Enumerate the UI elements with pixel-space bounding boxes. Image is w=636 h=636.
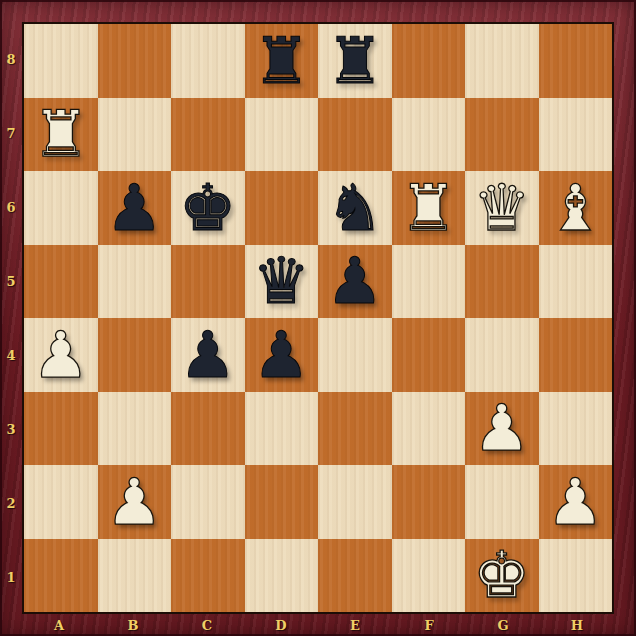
square-b3[interactable] bbox=[98, 392, 172, 466]
square-e2[interactable] bbox=[318, 465, 392, 539]
square-c1[interactable] bbox=[171, 539, 245, 613]
piece-black-pawn[interactable]: ♟ bbox=[253, 318, 310, 392]
square-h2[interactable]: ♟ bbox=[539, 465, 613, 539]
square-e7[interactable] bbox=[318, 98, 392, 172]
file-label-f: F bbox=[392, 614, 466, 636]
square-b4[interactable] bbox=[98, 318, 172, 392]
rank-label-6: 6 bbox=[0, 170, 22, 244]
square-a5[interactable] bbox=[24, 245, 98, 319]
square-e5[interactable]: ♟ bbox=[318, 245, 392, 319]
square-f3[interactable] bbox=[392, 392, 466, 466]
piece-white-pawn[interactable]: ♟ bbox=[473, 392, 530, 466]
square-g3[interactable]: ♟ bbox=[465, 392, 539, 466]
square-c2[interactable] bbox=[171, 465, 245, 539]
piece-white-pawn[interactable]: ♟ bbox=[32, 318, 89, 392]
square-b5[interactable] bbox=[98, 245, 172, 319]
square-d6[interactable] bbox=[245, 171, 319, 245]
square-d3[interactable] bbox=[245, 392, 319, 466]
square-f4[interactable] bbox=[392, 318, 466, 392]
file-labels: ABCDEFGH bbox=[22, 614, 614, 636]
piece-white-rook[interactable]: ♜ bbox=[32, 98, 89, 172]
square-d5[interactable]: ♛ bbox=[245, 245, 319, 319]
piece-black-rook[interactable]: ♜ bbox=[326, 24, 383, 98]
square-f5[interactable] bbox=[392, 245, 466, 319]
square-e8[interactable]: ♜ bbox=[318, 24, 392, 98]
piece-black-king[interactable]: ♚ bbox=[179, 171, 236, 245]
rank-label-3: 3 bbox=[0, 392, 22, 466]
rank-label-7: 7 bbox=[0, 96, 22, 170]
square-e6[interactable]: ♞ bbox=[318, 171, 392, 245]
square-f1[interactable] bbox=[392, 539, 466, 613]
square-e4[interactable] bbox=[318, 318, 392, 392]
file-label-d: D bbox=[244, 614, 318, 636]
square-a6[interactable] bbox=[24, 171, 98, 245]
file-label-e: E bbox=[318, 614, 392, 636]
piece-white-pawn[interactable]: ♟ bbox=[547, 465, 604, 539]
square-b7[interactable] bbox=[98, 98, 172, 172]
rank-label-8: 8 bbox=[0, 22, 22, 96]
square-g1[interactable]: ♚ bbox=[465, 539, 539, 613]
square-a2[interactable] bbox=[24, 465, 98, 539]
square-b6[interactable]: ♟ bbox=[98, 171, 172, 245]
square-c3[interactable] bbox=[171, 392, 245, 466]
file-label-b: B bbox=[96, 614, 170, 636]
square-a3[interactable] bbox=[24, 392, 98, 466]
piece-black-knight[interactable]: ♞ bbox=[326, 171, 383, 245]
square-f6[interactable]: ♜ bbox=[392, 171, 466, 245]
file-label-h: H bbox=[540, 614, 614, 636]
piece-black-rook[interactable]: ♜ bbox=[253, 24, 310, 98]
square-c4[interactable]: ♟ bbox=[171, 318, 245, 392]
square-b2[interactable]: ♟ bbox=[98, 465, 172, 539]
piece-black-pawn[interactable]: ♟ bbox=[106, 171, 163, 245]
square-g5[interactable] bbox=[465, 245, 539, 319]
square-h6[interactable]: ♝ bbox=[539, 171, 613, 245]
square-e3[interactable] bbox=[318, 392, 392, 466]
piece-black-queen[interactable]: ♛ bbox=[253, 245, 310, 319]
rank-label-1: 1 bbox=[0, 540, 22, 614]
piece-white-pawn[interactable]: ♟ bbox=[106, 465, 163, 539]
square-g2[interactable] bbox=[465, 465, 539, 539]
rank-label-2: 2 bbox=[0, 466, 22, 540]
file-label-c: C bbox=[170, 614, 244, 636]
square-c5[interactable] bbox=[171, 245, 245, 319]
square-d4[interactable]: ♟ bbox=[245, 318, 319, 392]
square-h1[interactable] bbox=[539, 539, 613, 613]
square-c8[interactable] bbox=[171, 24, 245, 98]
square-h7[interactable] bbox=[539, 98, 613, 172]
square-a1[interactable] bbox=[24, 539, 98, 613]
square-g8[interactable] bbox=[465, 24, 539, 98]
square-f7[interactable] bbox=[392, 98, 466, 172]
square-g6[interactable]: ♛ bbox=[465, 171, 539, 245]
square-g7[interactable] bbox=[465, 98, 539, 172]
rank-label-5: 5 bbox=[0, 244, 22, 318]
square-d8[interactable]: ♜ bbox=[245, 24, 319, 98]
square-b1[interactable] bbox=[98, 539, 172, 613]
piece-white-rook[interactable]: ♜ bbox=[400, 171, 457, 245]
rank-label-4: 4 bbox=[0, 318, 22, 392]
square-h5[interactable] bbox=[539, 245, 613, 319]
square-c6[interactable]: ♚ bbox=[171, 171, 245, 245]
square-f8[interactable] bbox=[392, 24, 466, 98]
chess-board: ♜♜♜♟♚♞♜♛♝♛♟♟♟♟♟♟♟♚ bbox=[22, 22, 614, 614]
square-a4[interactable]: ♟ bbox=[24, 318, 98, 392]
piece-white-king[interactable]: ♚ bbox=[473, 539, 530, 613]
square-e1[interactable] bbox=[318, 539, 392, 613]
square-d7[interactable] bbox=[245, 98, 319, 172]
rank-labels: 87654321 bbox=[0, 22, 22, 614]
piece-white-bishop[interactable]: ♝ bbox=[547, 171, 604, 245]
square-b8[interactable] bbox=[98, 24, 172, 98]
piece-black-pawn[interactable]: ♟ bbox=[326, 245, 383, 319]
square-d1[interactable] bbox=[245, 539, 319, 613]
square-g4[interactable] bbox=[465, 318, 539, 392]
square-h8[interactable] bbox=[539, 24, 613, 98]
file-label-g: G bbox=[466, 614, 540, 636]
square-h4[interactable] bbox=[539, 318, 613, 392]
square-f2[interactable] bbox=[392, 465, 466, 539]
piece-white-queen[interactable]: ♛ bbox=[473, 171, 530, 245]
square-c7[interactable] bbox=[171, 98, 245, 172]
piece-black-pawn[interactable]: ♟ bbox=[179, 318, 236, 392]
square-d2[interactable] bbox=[245, 465, 319, 539]
square-a8[interactable] bbox=[24, 24, 98, 98]
square-a7[interactable]: ♜ bbox=[24, 98, 98, 172]
square-h3[interactable] bbox=[539, 392, 613, 466]
board-frame: 87654321 ABCDEFGH ♜♜♜♟♚♞♜♛♝♛♟♟♟♟♟♟♟♚ bbox=[0, 0, 636, 636]
file-label-a: A bbox=[22, 614, 96, 636]
